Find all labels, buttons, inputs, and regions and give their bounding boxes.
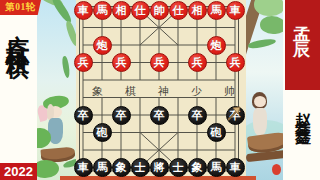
xiangqi-board[interactable]: 象棋神少帅 車馬相仕帥仕相馬車炮炮兵兵兵兵兵卒卒卒卒卒砲砲車馬象士將士象馬車 bbox=[76, 0, 246, 176]
girl-head-icon bbox=[254, 96, 266, 107]
piece-black-士[interactable]: 士 bbox=[131, 158, 150, 177]
tree-leaves-icon bbox=[260, 16, 283, 34]
piece-red-相[interactable]: 相 bbox=[188, 1, 207, 20]
left-illustration bbox=[37, 0, 76, 180]
piece-red-帥[interactable]: 帥 bbox=[150, 1, 169, 20]
top-player-text: 孟辰 bbox=[291, 13, 314, 90]
top-player-name-red-side: 孟辰 bbox=[285, 0, 320, 90]
piece-black-卒[interactable]: 卒 bbox=[150, 106, 169, 125]
round-badge: 第01轮 bbox=[0, 0, 41, 15]
bottom-player-text: 赵鑫鑫 bbox=[292, 99, 313, 180]
piece-red-兵[interactable]: 兵 bbox=[188, 53, 207, 72]
piece-black-士[interactable]: 士 bbox=[169, 158, 188, 177]
piece-black-砲[interactable]: 砲 bbox=[93, 123, 112, 142]
red-ball-icon bbox=[272, 164, 281, 175]
piece-red-車[interactable]: 車 bbox=[226, 1, 245, 20]
event-title-text: 广奇杯快棋 bbox=[0, 17, 37, 163]
piece-red-仕[interactable]: 仕 bbox=[169, 1, 188, 20]
event-title: 广奇杯快棋 bbox=[0, 17, 37, 163]
piece-black-車[interactable]: 車 bbox=[74, 158, 93, 177]
piece-black-車[interactable]: 車 bbox=[226, 158, 245, 177]
piece-red-兵[interactable]: 兵 bbox=[112, 53, 131, 72]
piece-black-馬[interactable]: 馬 bbox=[207, 158, 226, 177]
piece-black-象[interactable]: 象 bbox=[188, 158, 207, 177]
tree-branch-icon bbox=[248, 37, 277, 50]
piece-red-馬[interactable]: 馬 bbox=[207, 1, 226, 20]
willow-branch-icon bbox=[64, 20, 76, 47]
piece-red-兵[interactable]: 兵 bbox=[226, 53, 245, 72]
piece-red-車[interactable]: 車 bbox=[74, 1, 93, 20]
river-watermark: 象棋神少帅 bbox=[92, 81, 252, 96]
lotus-leaf-icon bbox=[37, 160, 59, 178]
piece-red-炮[interactable]: 炮 bbox=[207, 36, 226, 55]
river-watermark-text: 象棋神少帅 bbox=[92, 85, 252, 96]
piece-red-仕[interactable]: 仕 bbox=[131, 1, 150, 20]
piece-black-象[interactable]: 象 bbox=[112, 158, 131, 177]
pointer-arrow-icon bbox=[226, 105, 242, 122]
left-sidebar: 广奇杯快棋 bbox=[0, 0, 37, 180]
thumbnail-stage: 广奇杯快棋 第01轮 2022 bbox=[0, 0, 320, 180]
year-badge: 2022 bbox=[0, 163, 37, 180]
players-panel: 孟辰 赵鑫鑫 bbox=[283, 0, 320, 180]
willow-branch-icon bbox=[61, 56, 71, 79]
piece-black-卒[interactable]: 卒 bbox=[112, 106, 131, 125]
piece-red-炮[interactable]: 炮 bbox=[93, 36, 112, 55]
piece-red-馬[interactable]: 馬 bbox=[93, 1, 112, 20]
piece-black-馬[interactable]: 馬 bbox=[93, 158, 112, 177]
piece-black-砲[interactable]: 砲 bbox=[207, 123, 226, 142]
bottom-player-name-black-side: 赵鑫鑫 bbox=[285, 90, 320, 180]
piece-red-兵[interactable]: 兵 bbox=[150, 53, 169, 72]
piece-black-卒[interactable]: 卒 bbox=[74, 106, 93, 125]
piece-red-兵[interactable]: 兵 bbox=[74, 53, 93, 72]
girl-dress-icon bbox=[253, 108, 267, 136]
piece-black-將[interactable]: 將 bbox=[150, 158, 169, 177]
piece-red-相[interactable]: 相 bbox=[112, 1, 131, 20]
piece-black-卒[interactable]: 卒 bbox=[188, 106, 207, 125]
lotus-leaf-icon bbox=[37, 128, 51, 148]
